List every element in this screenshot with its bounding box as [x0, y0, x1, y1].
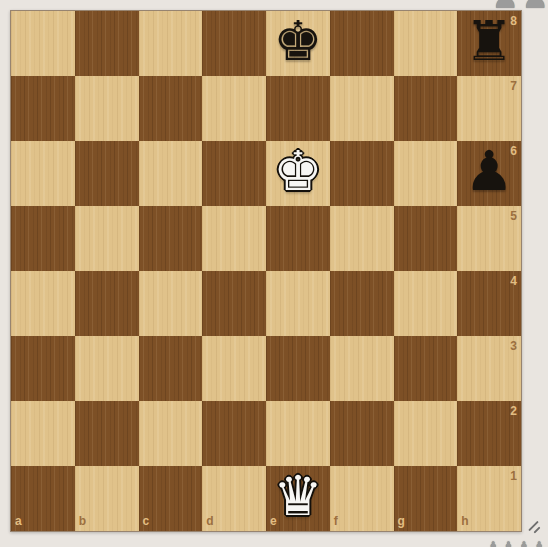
square-e6[interactable]: ♚ [266, 141, 330, 206]
file-label-d: d [206, 515, 213, 527]
square-d8[interactable] [202, 11, 266, 76]
board-container: ♚8♜7♚6♟5432abcde♛fgh1 ♟♟ ♟♟♟♟♟ [0, 0, 548, 547]
square-c8[interactable] [139, 11, 203, 76]
square-h7[interactable]: 7 [457, 76, 521, 141]
square-a6[interactable] [11, 141, 75, 206]
rank-label-4: 4 [510, 275, 517, 287]
captured-pawn-icon: ♟ [486, 540, 500, 547]
file-label-a: a [15, 515, 22, 527]
square-c5[interactable] [139, 206, 203, 271]
square-c1[interactable]: c [139, 466, 203, 531]
square-e5[interactable] [266, 206, 330, 271]
square-g5[interactable] [394, 206, 458, 271]
square-c7[interactable] [139, 76, 203, 141]
square-f7[interactable] [330, 76, 394, 141]
square-d6[interactable] [202, 141, 266, 206]
file-label-g: g [398, 515, 405, 527]
square-h2[interactable]: 2 [457, 401, 521, 466]
square-c4[interactable] [139, 271, 203, 336]
square-h4[interactable]: 4 [457, 271, 521, 336]
square-h3[interactable]: 3 [457, 336, 521, 401]
square-h8[interactable]: 8♜ [457, 11, 521, 76]
square-g4[interactable] [394, 271, 458, 336]
piece-black-king[interactable]: ♚ [273, 14, 322, 69]
square-d5[interactable] [202, 206, 266, 271]
square-b6[interactable] [75, 141, 139, 206]
square-e8[interactable]: ♚ [266, 11, 330, 76]
rank-label-7: 7 [510, 80, 517, 92]
square-c6[interactable] [139, 141, 203, 206]
square-h6[interactable]: 6♟ [457, 141, 521, 206]
square-a3[interactable] [11, 336, 75, 401]
captured-pawn-icon: ♟ [501, 540, 515, 547]
square-f4[interactable] [330, 271, 394, 336]
square-d7[interactable] [202, 76, 266, 141]
rank-label-3: 3 [510, 340, 517, 352]
square-a1[interactable]: a [11, 466, 75, 531]
square-a5[interactable] [11, 206, 75, 271]
square-g6[interactable] [394, 141, 458, 206]
captured-pawn-icon: ♟ [532, 540, 546, 547]
square-a4[interactable] [11, 271, 75, 336]
piece-white-king[interactable]: ♚ [273, 144, 322, 199]
rank-label-1: 1 [510, 470, 517, 482]
captured-pieces-bottom: ♟♟♟♟♟ [486, 540, 548, 547]
rank-label-5: 5 [510, 210, 517, 222]
square-g7[interactable] [394, 76, 458, 141]
resize-handle-icon[interactable] [526, 520, 542, 534]
square-b8[interactable] [75, 11, 139, 76]
square-b1[interactable]: b [75, 466, 139, 531]
file-label-b: b [79, 515, 86, 527]
square-a2[interactable] [11, 401, 75, 466]
square-b2[interactable] [75, 401, 139, 466]
captured-pawn-icon: ♟ [517, 540, 531, 547]
square-d4[interactable] [202, 271, 266, 336]
file-label-h: h [461, 515, 468, 527]
square-d2[interactable] [202, 401, 266, 466]
square-c2[interactable] [139, 401, 203, 466]
square-f6[interactable] [330, 141, 394, 206]
square-e3[interactable] [266, 336, 330, 401]
square-d3[interactable] [202, 336, 266, 401]
square-g2[interactable] [394, 401, 458, 466]
piece-black-rook[interactable]: ♜ [464, 14, 513, 69]
square-b5[interactable] [75, 206, 139, 271]
file-label-c: c [143, 515, 150, 527]
square-e7[interactable] [266, 76, 330, 141]
square-b3[interactable] [75, 336, 139, 401]
square-g8[interactable] [394, 11, 458, 76]
square-f1[interactable]: f [330, 466, 394, 531]
square-c3[interactable] [139, 336, 203, 401]
square-b4[interactable] [75, 271, 139, 336]
square-h1[interactable]: h1 [457, 466, 521, 531]
square-h5[interactable]: 5 [457, 206, 521, 271]
square-g1[interactable]: g [394, 466, 458, 531]
square-e1[interactable]: e♛ [266, 466, 330, 531]
square-b7[interactable] [75, 76, 139, 141]
square-f5[interactable] [330, 206, 394, 271]
piece-white-queen[interactable]: ♛ [273, 469, 322, 524]
chess-board: ♚8♜7♚6♟5432abcde♛fgh1 [10, 10, 522, 532]
square-f8[interactable] [330, 11, 394, 76]
file-label-f: f [334, 515, 338, 527]
square-a7[interactable] [11, 76, 75, 141]
square-e2[interactable] [266, 401, 330, 466]
square-a8[interactable] [11, 11, 75, 76]
square-d1[interactable]: d [202, 466, 266, 531]
piece-black-pawn[interactable]: ♟ [464, 144, 513, 199]
square-g3[interactable] [394, 336, 458, 401]
square-f3[interactable] [330, 336, 394, 401]
rank-label-2: 2 [510, 405, 517, 417]
captured-pawn-icon: ♟ [522, 0, 548, 13]
square-e4[interactable] [266, 271, 330, 336]
square-f2[interactable] [330, 401, 394, 466]
